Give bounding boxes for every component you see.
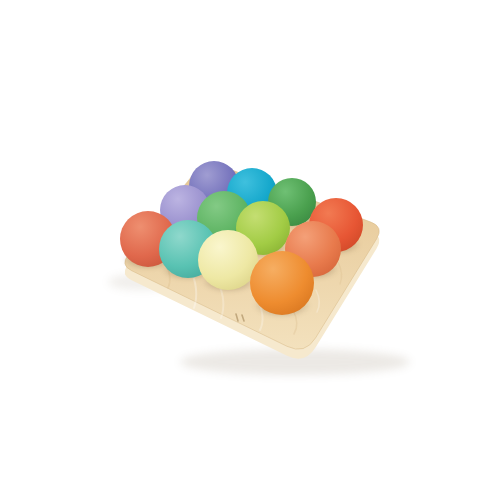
ball-orange-r2c3	[250, 251, 314, 315]
ball-pale-yellow-r2c2	[198, 230, 258, 290]
balls-layer	[0, 0, 500, 500]
toy-scene	[0, 0, 500, 500]
